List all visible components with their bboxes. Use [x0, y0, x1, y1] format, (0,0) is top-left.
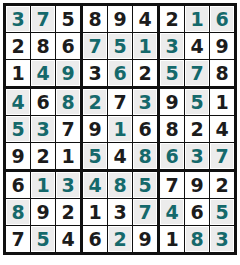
sudoku-box-9: 792465183	[160, 172, 234, 252]
cell-r9c7[interactable]: 1	[160, 226, 184, 252]
sudoku-box-8: 485137629	[83, 172, 157, 252]
cell-r8c6[interactable]: 7	[133, 199, 157, 225]
cell-r3c5[interactable]: 6	[108, 60, 132, 86]
cell-r3c8[interactable]: 7	[185, 60, 209, 86]
cell-r9c2[interactable]: 5	[31, 226, 55, 252]
cell-r6c7[interactable]: 6	[160, 143, 184, 169]
cell-r7c3[interactable]: 3	[56, 172, 80, 198]
sudoku-box-5: 273916548	[83, 89, 157, 169]
cell-r6c1[interactable]: 9	[6, 143, 30, 169]
cell-r2c8[interactable]: 4	[185, 33, 209, 59]
sudoku-box-6: 951824637	[160, 89, 234, 169]
cell-r6c5[interactable]: 4	[108, 143, 132, 169]
cell-r4c5[interactable]: 7	[108, 89, 132, 115]
cell-r2c5[interactable]: 5	[108, 33, 132, 59]
cell-r1c9[interactable]: 6	[210, 6, 234, 32]
cell-r2c2[interactable]: 8	[31, 33, 55, 59]
cell-r5c7[interactable]: 8	[160, 116, 184, 142]
cell-r5c9[interactable]: 4	[210, 116, 234, 142]
cell-r8c5[interactable]: 3	[108, 199, 132, 225]
cell-r6c3[interactable]: 1	[56, 143, 80, 169]
cell-r5c8[interactable]: 2	[185, 116, 209, 142]
cell-r3c4[interactable]: 3	[83, 60, 107, 86]
cell-r6c2[interactable]: 2	[31, 143, 55, 169]
cell-r7c8[interactable]: 9	[185, 172, 209, 198]
cell-r9c6[interactable]: 9	[133, 226, 157, 252]
cell-r7c9[interactable]: 2	[210, 172, 234, 198]
cell-r9c4[interactable]: 6	[83, 226, 107, 252]
cell-r3c2[interactable]: 4	[31, 60, 55, 86]
cell-r1c3[interactable]: 5	[56, 6, 80, 32]
sudoku-box-2: 894751362	[83, 6, 157, 86]
cell-r3c7[interactable]: 5	[160, 60, 184, 86]
cell-r4c7[interactable]: 9	[160, 89, 184, 115]
cell-r6c9[interactable]: 7	[210, 143, 234, 169]
cell-r7c4[interactable]: 4	[83, 172, 107, 198]
cell-r2c9[interactable]: 9	[210, 33, 234, 59]
cell-r1c4[interactable]: 8	[83, 6, 107, 32]
cell-r2c4[interactable]: 7	[83, 33, 107, 59]
sudoku-box-1: 375286149	[6, 6, 80, 86]
cell-r5c3[interactable]: 7	[56, 116, 80, 142]
cell-r2c7[interactable]: 3	[160, 33, 184, 59]
cell-r9c9[interactable]: 3	[210, 226, 234, 252]
cell-r7c7[interactable]: 7	[160, 172, 184, 198]
cell-r7c1[interactable]: 6	[6, 172, 30, 198]
cell-r5c5[interactable]: 1	[108, 116, 132, 142]
cell-r8c3[interactable]: 2	[56, 199, 80, 225]
cell-r4c9[interactable]: 1	[210, 89, 234, 115]
cell-r4c1[interactable]: 4	[6, 89, 30, 115]
cell-r5c1[interactable]: 5	[6, 116, 30, 142]
cell-r2c6[interactable]: 1	[133, 33, 157, 59]
sudoku-board: 3752861498947513622163495784685379212739…	[3, 3, 237, 255]
cell-r8c1[interactable]: 8	[6, 199, 30, 225]
cell-r1c2[interactable]: 7	[31, 6, 55, 32]
cell-r8c4[interactable]: 1	[83, 199, 107, 225]
sudoku-box-4: 468537921	[6, 89, 80, 169]
cell-r3c6[interactable]: 2	[133, 60, 157, 86]
cell-r3c9[interactable]: 8	[210, 60, 234, 86]
cell-r9c5[interactable]: 2	[108, 226, 132, 252]
cell-r2c1[interactable]: 2	[6, 33, 30, 59]
cell-r5c4[interactable]: 9	[83, 116, 107, 142]
sudoku-page: 3752861498947513622163495784685379212739…	[0, 0, 240, 258]
cell-r1c7[interactable]: 2	[160, 6, 184, 32]
cell-r4c3[interactable]: 8	[56, 89, 80, 115]
cell-r6c4[interactable]: 5	[83, 143, 107, 169]
cell-r9c3[interactable]: 4	[56, 226, 80, 252]
sudoku-box-7: 613892754	[6, 172, 80, 252]
cell-r5c6[interactable]: 6	[133, 116, 157, 142]
cell-r1c6[interactable]: 4	[133, 6, 157, 32]
cell-r7c6[interactable]: 5	[133, 172, 157, 198]
cell-r3c1[interactable]: 1	[6, 60, 30, 86]
cell-r6c6[interactable]: 8	[133, 143, 157, 169]
cell-r8c8[interactable]: 6	[185, 199, 209, 225]
cell-r4c4[interactable]: 2	[83, 89, 107, 115]
cell-r7c5[interactable]: 8	[108, 172, 132, 198]
cell-r9c8[interactable]: 8	[185, 226, 209, 252]
cell-r1c1[interactable]: 3	[6, 6, 30, 32]
cell-r6c8[interactable]: 3	[185, 143, 209, 169]
cell-r3c3[interactable]: 9	[56, 60, 80, 86]
cell-r4c6[interactable]: 3	[133, 89, 157, 115]
cell-r4c8[interactable]: 5	[185, 89, 209, 115]
cell-r5c2[interactable]: 3	[31, 116, 55, 142]
cell-r1c5[interactable]: 9	[108, 6, 132, 32]
cell-r4c2[interactable]: 6	[31, 89, 55, 115]
cell-r9c1[interactable]: 7	[6, 226, 30, 252]
cell-r1c8[interactable]: 1	[185, 6, 209, 32]
cell-r8c9[interactable]: 5	[210, 199, 234, 225]
cell-r8c2[interactable]: 9	[31, 199, 55, 225]
cell-r8c7[interactable]: 4	[160, 199, 184, 225]
cell-r2c3[interactable]: 6	[56, 33, 80, 59]
sudoku-box-3: 216349578	[160, 6, 234, 86]
cell-r7c2[interactable]: 1	[31, 172, 55, 198]
